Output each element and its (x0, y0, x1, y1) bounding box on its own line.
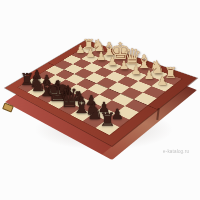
chess-set-photo: ♜♞♝♛♚♝♞♜♟♟♟♟♟♟♟♟♟♟♟♟♟♟♟♟♜♞♝♛♚♝♞♜ e-katal… (0, 0, 200, 200)
watermark: e-katalog.ru (163, 149, 189, 154)
